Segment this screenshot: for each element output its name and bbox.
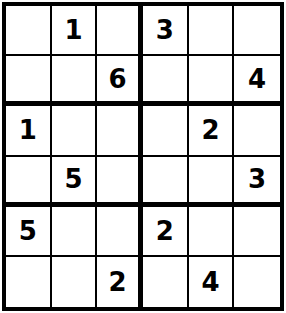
sudoku-cell-r5c2[interactable] — [52, 207, 98, 257]
sudoku-cell-r1c4[interactable]: 3 — [143, 6, 189, 56]
sudoku-cell-r3c1[interactable]: 1 — [6, 106, 52, 156]
sudoku-cell-r3c6[interactable] — [234, 106, 280, 156]
sudoku-cell-r6c3[interactable]: 2 — [97, 257, 143, 307]
sudoku-cell-r5c5[interactable] — [189, 207, 235, 257]
sudoku-cell-r4c3[interactable] — [97, 157, 143, 207]
sudoku-cell-r5c3[interactable] — [97, 207, 143, 257]
sudoku-cell-r4c1[interactable] — [6, 157, 52, 207]
sudoku-cell-r6c5[interactable]: 4 — [189, 257, 235, 307]
sudoku-cell-r2c2[interactable] — [52, 56, 98, 106]
sudoku-cell-r2c1[interactable] — [6, 56, 52, 106]
sudoku-cell-r6c1[interactable] — [6, 257, 52, 307]
sudoku-board: 136412535224 — [2, 2, 284, 311]
sudoku-cell-r4c6[interactable]: 3 — [234, 157, 280, 207]
sudoku-cell-r3c2[interactable] — [52, 106, 98, 156]
sudoku-cell-r1c6[interactable] — [234, 6, 280, 56]
sudoku-cell-r2c5[interactable] — [189, 56, 235, 106]
sudoku-cell-r3c5[interactable]: 2 — [189, 106, 235, 156]
sudoku-cell-r5c4[interactable]: 2 — [143, 207, 189, 257]
sudoku-cell-r2c4[interactable] — [143, 56, 189, 106]
sudoku-cell-r2c3[interactable]: 6 — [97, 56, 143, 106]
sudoku-cell-r1c5[interactable] — [189, 6, 235, 56]
sudoku-cell-r6c6[interactable] — [234, 257, 280, 307]
sudoku-cell-r6c4[interactable] — [143, 257, 189, 307]
sudoku-cell-r4c2[interactable]: 5 — [52, 157, 98, 207]
sudoku-cell-r1c2[interactable]: 1 — [52, 6, 98, 56]
sudoku-cell-r4c5[interactable] — [189, 157, 235, 207]
sudoku-cell-r4c4[interactable] — [143, 157, 189, 207]
sudoku-cell-r6c2[interactable] — [52, 257, 98, 307]
sudoku-cell-r3c4[interactable] — [143, 106, 189, 156]
sudoku-cell-r1c3[interactable] — [97, 6, 143, 56]
sudoku-cell-r1c1[interactable] — [6, 6, 52, 56]
sudoku-cell-r5c1[interactable]: 5 — [6, 207, 52, 257]
sudoku-cell-r5c6[interactable] — [234, 207, 280, 257]
sudoku-cell-r3c3[interactable] — [97, 106, 143, 156]
sudoku-cell-r2c6[interactable]: 4 — [234, 56, 280, 106]
